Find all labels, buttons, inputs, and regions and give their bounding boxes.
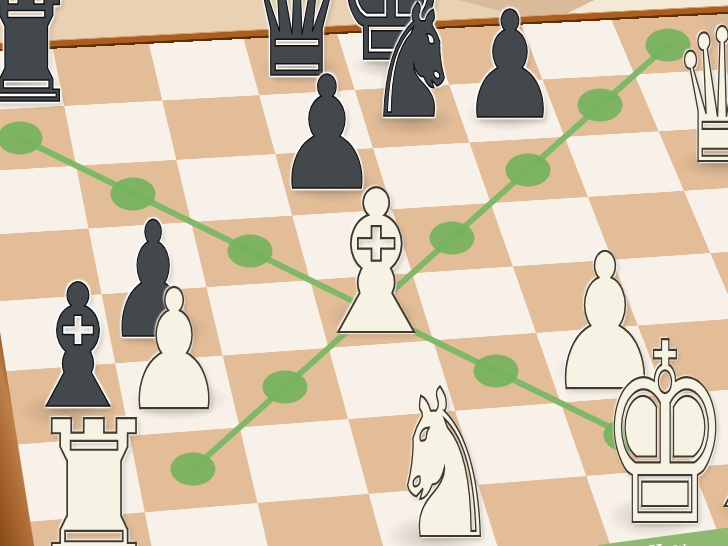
square-c2[interactable]: [240, 419, 369, 503]
square-a6[interactable]: [0, 166, 89, 235]
white-bishop-d4[interactable]: ♝: [303, 165, 449, 363]
black-knight-e7[interactable]: ♞: [366, 0, 461, 140]
white-knight-d1[interactable]: ♞: [387, 363, 501, 546]
chess-illustration: ♜♛♚♞♟♟♛♟♝♝♟♟♚♝♞♜ wikiHow: [0, 0, 728, 546]
black-rook-a8[interactable]: ♜: [0, 0, 79, 124]
white-king-f1[interactable]: ♚: [600, 311, 728, 546]
white-rook-a1[interactable]: ♜: [27, 396, 161, 546]
white-queen-h6[interactable]: ♛: [672, 5, 728, 190]
square-b7[interactable]: [64, 101, 176, 166]
black-pawn-f7[interactable]: ♟: [460, 0, 560, 140]
